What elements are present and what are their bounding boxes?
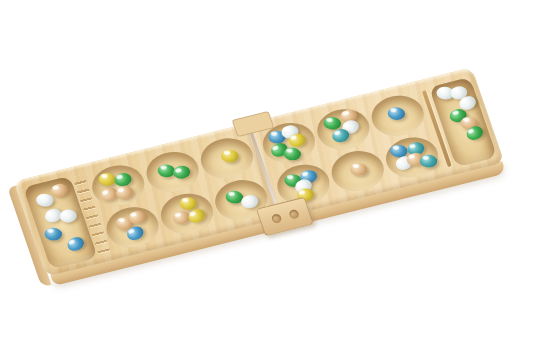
stone-amber — [114, 184, 135, 200]
pit-top-4[interactable] — [257, 118, 321, 169]
stone-teal — [419, 155, 437, 168]
stone-blue — [65, 235, 87, 254]
pit-top-1[interactable] — [86, 160, 150, 211]
stone-green — [323, 117, 341, 130]
pit-bottom-1[interactable] — [101, 202, 165, 253]
stone-clear — [36, 194, 54, 207]
pit-bottom-6[interactable] — [380, 132, 444, 183]
pit-top-3[interactable] — [195, 133, 259, 184]
store-right — [429, 77, 497, 167]
stone-yellow — [98, 173, 116, 186]
mancala-board — [14, 67, 505, 276]
stone-green — [283, 148, 301, 161]
mancala-photo-scene — [0, 0, 533, 355]
stone-amber — [350, 163, 368, 176]
stone-clear — [57, 208, 78, 224]
magnet-dot-icon — [288, 209, 300, 220]
stone-blue — [387, 107, 405, 120]
pit-top-6[interactable] — [366, 91, 430, 142]
pit-top-2[interactable] — [141, 147, 205, 198]
pit-top-5[interactable] — [312, 104, 376, 155]
stone-yellow — [220, 150, 238, 163]
magnet-dot-icon — [270, 213, 282, 224]
pit-grid — [14, 67, 505, 276]
pit-bottom-5[interactable] — [326, 146, 390, 197]
pit-bottom-2[interactable] — [155, 188, 219, 239]
stone-blue — [44, 227, 62, 240]
stone-green — [172, 164, 193, 180]
